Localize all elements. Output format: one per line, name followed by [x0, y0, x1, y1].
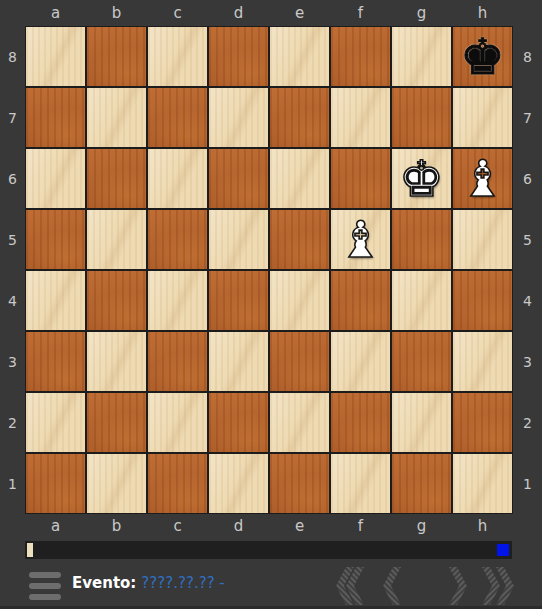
- square-b7: [87, 88, 146, 147]
- rank-label-8: 8: [0, 26, 25, 87]
- white-bishop: ♝: [460, 154, 505, 204]
- file-label-d: d: [208, 513, 269, 539]
- square-h7: [453, 88, 512, 147]
- square-g5: [392, 210, 451, 269]
- file-label-f: f: [330, 0, 391, 26]
- file-labels-top: abcdefgh: [25, 0, 513, 26]
- square-e8: [270, 27, 329, 86]
- square-h8: ♚: [453, 27, 512, 86]
- rank-label-6: 6: [513, 148, 542, 209]
- menu-button[interactable]: [29, 572, 61, 600]
- hamburger-icon: [29, 583, 61, 589]
- nav-prev-button[interactable]: [383, 567, 405, 605]
- square-e7: [270, 88, 329, 147]
- square-a3: [26, 332, 85, 391]
- square-h6: ♝: [453, 149, 512, 208]
- rank-label-7: 7: [0, 87, 25, 148]
- square-b8: [87, 27, 146, 86]
- file-label-h: h: [452, 513, 513, 539]
- square-c5: [148, 210, 207, 269]
- square-a2: [26, 393, 85, 452]
- square-d5: [209, 210, 268, 269]
- square-a5: [26, 210, 85, 269]
- file-label-e: e: [269, 513, 330, 539]
- square-d2: [209, 393, 268, 452]
- rank-label-6: 6: [0, 148, 25, 209]
- square-h3: [453, 332, 512, 391]
- file-label-b: b: [86, 513, 147, 539]
- progress-marker: [27, 543, 33, 557]
- file-label-b: b: [86, 0, 147, 26]
- square-h2: [453, 393, 512, 452]
- square-d1: [209, 454, 268, 513]
- file-label-f: f: [330, 513, 391, 539]
- rank-label-8: 8: [513, 26, 542, 87]
- nav-first-button[interactable]: [336, 567, 370, 605]
- event-line: Evento:????.??.?? -: [72, 574, 225, 592]
- square-e1: [270, 454, 329, 513]
- square-a6: [26, 149, 85, 208]
- file-label-a: a: [25, 513, 86, 539]
- rank-labels-right: 87654321: [513, 26, 542, 514]
- nav-next-button[interactable]: [445, 567, 467, 605]
- square-f8: [331, 27, 390, 86]
- square-c4: [148, 271, 207, 330]
- hamburger-icon: [29, 572, 61, 578]
- rank-label-2: 2: [513, 392, 542, 453]
- square-d3: [209, 332, 268, 391]
- hamburger-icon: [29, 594, 61, 600]
- square-b5: [87, 210, 146, 269]
- square-e6: [270, 149, 329, 208]
- black-king: ♚: [460, 32, 505, 82]
- rank-label-4: 4: [513, 270, 542, 331]
- square-f7: [331, 88, 390, 147]
- square-g4: [392, 271, 451, 330]
- rank-label-5: 5: [0, 209, 25, 270]
- square-f3: [331, 332, 390, 391]
- white-king: ♚: [399, 154, 444, 204]
- square-c6: [148, 149, 207, 208]
- nav-last-button[interactable]: [480, 567, 514, 605]
- square-c7: [148, 88, 207, 147]
- rank-label-5: 5: [513, 209, 542, 270]
- square-g2: [392, 393, 451, 452]
- square-b2: [87, 393, 146, 452]
- square-b6: [87, 149, 146, 208]
- square-h1: [453, 454, 512, 513]
- nav-buttons: [336, 566, 514, 606]
- square-d7: [209, 88, 268, 147]
- square-g7: [392, 88, 451, 147]
- file-label-g: g: [391, 0, 452, 26]
- rank-label-3: 3: [513, 331, 542, 392]
- rank-label-1: 1: [0, 453, 25, 514]
- square-f2: [331, 393, 390, 452]
- square-c8: [148, 27, 207, 86]
- white-bishop: ♝: [338, 215, 383, 265]
- square-h4: [453, 271, 512, 330]
- square-a4: [26, 271, 85, 330]
- event-label: Evento:: [72, 574, 136, 592]
- square-f1: [331, 454, 390, 513]
- square-b3: [87, 332, 146, 391]
- square-a1: [26, 454, 85, 513]
- rank-label-7: 7: [513, 87, 542, 148]
- file-label-h: h: [452, 0, 513, 26]
- square-c1: [148, 454, 207, 513]
- file-label-a: a: [25, 0, 86, 26]
- square-f5: ♝: [331, 210, 390, 269]
- rank-label-1: 1: [513, 453, 542, 514]
- square-e4: [270, 271, 329, 330]
- square-h5: [453, 210, 512, 269]
- square-d4: [209, 271, 268, 330]
- file-label-c: c: [147, 0, 208, 26]
- square-b4: [87, 271, 146, 330]
- square-d8: [209, 27, 268, 86]
- rank-label-4: 4: [0, 270, 25, 331]
- file-labels-bottom: abcdefgh: [25, 513, 513, 539]
- square-f4: [331, 271, 390, 330]
- file-label-e: e: [269, 0, 330, 26]
- square-d6: [209, 149, 268, 208]
- chess-board: ♚♚♝♝: [25, 26, 513, 514]
- rank-label-3: 3: [0, 331, 25, 392]
- square-a8: [26, 27, 85, 86]
- square-e2: [270, 393, 329, 452]
- square-g6: ♚: [392, 149, 451, 208]
- file-label-c: c: [147, 513, 208, 539]
- square-g1: [392, 454, 451, 513]
- square-e3: [270, 332, 329, 391]
- rank-label-2: 2: [0, 392, 25, 453]
- progress-end-square: [497, 544, 509, 556]
- file-label-d: d: [208, 0, 269, 26]
- square-a7: [26, 88, 85, 147]
- square-f6: [331, 149, 390, 208]
- square-c2: [148, 393, 207, 452]
- square-b1: [87, 454, 146, 513]
- square-c3: [148, 332, 207, 391]
- square-e5: [270, 210, 329, 269]
- game-progress-bar[interactable]: [25, 541, 512, 559]
- event-link[interactable]: ????.??.?? -: [141, 574, 224, 592]
- square-g8: [392, 27, 451, 86]
- square-g3: [392, 332, 451, 391]
- file-label-g: g: [391, 513, 452, 539]
- rank-labels-left: 87654321: [0, 26, 25, 514]
